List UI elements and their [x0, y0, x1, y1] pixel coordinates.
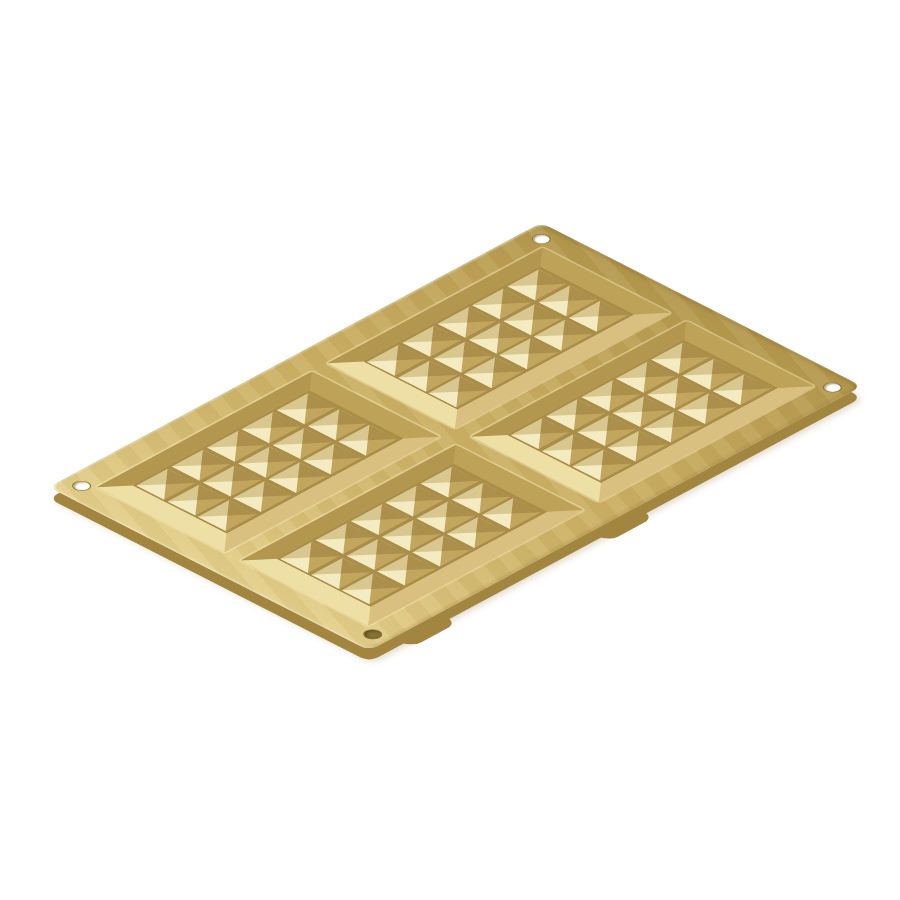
mold-top-layer — [49, 223, 862, 651]
mold-flange — [49, 223, 862, 651]
product-photo — [0, 0, 900, 900]
